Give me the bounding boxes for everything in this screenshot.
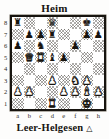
square-d5: ♝	[47, 52, 59, 64]
square-c1	[35, 98, 47, 110]
file-label-b: b	[24, 112, 36, 120]
white-pawn: ♟	[25, 86, 34, 98]
square-d7: ♜	[47, 29, 59, 41]
white-rook: ♜	[48, 98, 57, 110]
square-a8: ♜	[12, 17, 24, 29]
square-e5: ♟	[58, 52, 70, 64]
square-d3: ♟	[47, 75, 59, 87]
square-g7: ♟	[81, 29, 93, 41]
black-pawn: ♟	[13, 40, 22, 52]
square-e7	[58, 29, 70, 41]
file-label-e: e	[58, 112, 70, 120]
rank-label-6: 6	[1, 40, 10, 52]
black-king: ♚	[82, 17, 91, 29]
square-b5: ♛	[24, 52, 36, 64]
rank-label-4: 4	[1, 63, 10, 75]
black-rook: ♜	[13, 17, 22, 29]
black-bishop: ♝	[48, 52, 57, 64]
white-pawn: ♟	[94, 86, 103, 98]
square-c4	[35, 63, 47, 75]
square-c8	[35, 17, 47, 29]
square-c6: ♞	[35, 40, 47, 52]
square-b7: ♟	[24, 29, 36, 41]
white-player-name: Leer-Helgesen	[16, 122, 83, 133]
square-g4	[81, 63, 93, 75]
white-pawn: ♟	[71, 86, 80, 98]
rank-label-3: 3	[1, 75, 10, 87]
white-rook: ♜	[36, 52, 45, 64]
file-label-h: h	[93, 112, 105, 120]
square-h4	[93, 63, 105, 75]
file-label-f: f	[70, 112, 82, 120]
square-d6	[47, 40, 59, 52]
square-f4	[70, 63, 82, 75]
file-label-d: d	[47, 112, 59, 120]
black-pawn: ♟	[71, 40, 80, 52]
white-pawn: ♟	[59, 86, 68, 98]
black-pawn: ♟	[25, 29, 34, 41]
square-a4	[12, 63, 24, 75]
square-f1	[70, 98, 82, 110]
square-d8: ♛	[47, 17, 59, 29]
square-f5	[70, 52, 82, 64]
file-label-c: c	[35, 112, 47, 120]
rank-label-2: 2	[1, 86, 10, 98]
square-a5	[12, 52, 24, 64]
square-c5: ♜	[35, 52, 47, 64]
rank-label-1: 1	[1, 98, 10, 110]
square-h8	[93, 17, 105, 29]
square-h2: ♟	[93, 86, 105, 98]
square-d1: ♜	[47, 98, 59, 110]
square-b6	[24, 40, 36, 52]
file-label-a: a	[12, 112, 24, 120]
white-pawn: ♟	[13, 86, 22, 98]
square-d4	[47, 63, 59, 75]
white-king: ♚	[82, 98, 91, 110]
black-pawn: ♟	[59, 52, 68, 64]
rank-label-5: 5	[1, 52, 10, 64]
square-c2	[35, 86, 47, 98]
square-g5	[81, 52, 93, 64]
square-g2: ♝	[81, 86, 93, 98]
square-b8	[24, 17, 36, 29]
black-rook: ♜	[48, 29, 57, 41]
square-e6	[58, 40, 70, 52]
white-to-move-triangle-icon: △	[86, 124, 92, 133]
square-g1: ♚	[81, 98, 93, 110]
square-b4	[24, 63, 36, 75]
file-label-g: g	[81, 112, 93, 120]
white-player-caption: Leer-Helgesen △	[0, 122, 109, 133]
black-queen: ♛	[48, 17, 57, 29]
board-area: 87654321 ♜♛♚♟♟♜♟♟♟♞♟♛♜♝♟♟♞♟♟♟♟♟♝♟♜♚	[1, 15, 109, 111]
square-e4	[58, 63, 70, 75]
square-b1	[24, 98, 36, 110]
square-h5	[93, 52, 105, 64]
square-c3	[35, 75, 47, 87]
black-pawn: ♟	[82, 29, 91, 41]
black-pawn: ♟	[94, 29, 103, 41]
square-h1	[93, 98, 105, 110]
square-g8: ♚	[81, 17, 93, 29]
chess-board: ♜♛♚♟♟♜♟♟♟♞♟♛♜♝♟♟♞♟♟♟♟♟♝♟♜♚	[10, 15, 106, 111]
square-a2: ♟	[12, 86, 24, 98]
file-labels: abcdefgh	[12, 112, 104, 120]
rank-labels: 87654321	[1, 15, 10, 109]
rank-label-7: 7	[1, 29, 10, 41]
white-pawn: ♟	[48, 75, 57, 87]
square-a1	[12, 98, 24, 110]
black-player-name: Heim	[0, 0, 109, 15]
square-h7: ♟	[93, 29, 105, 41]
white-queen: ♛	[25, 52, 34, 64]
square-f8	[70, 17, 82, 29]
square-h6	[93, 40, 105, 52]
square-e1	[58, 98, 70, 110]
rank-label-8: 8	[1, 17, 10, 29]
square-g6	[81, 40, 93, 52]
square-f2: ♟	[70, 86, 82, 98]
square-e8	[58, 17, 70, 29]
white-bishop: ♝	[82, 86, 91, 98]
square-e2: ♟	[58, 86, 70, 98]
black-knight: ♞	[36, 40, 45, 52]
square-d2	[47, 86, 59, 98]
square-a6: ♟	[12, 40, 24, 52]
square-f6: ♟	[70, 40, 82, 52]
square-b2: ♟	[24, 86, 36, 98]
